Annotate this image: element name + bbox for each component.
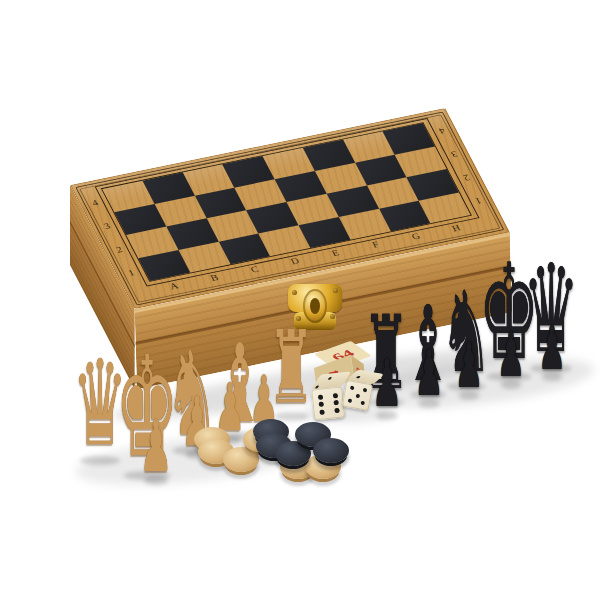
die-pip [334,408,339,413]
pip-die-1 [309,373,345,421]
die-pip [333,400,338,405]
die-pip [327,377,332,380]
die-pip [317,394,322,399]
white-pawn: ♟ [139,410,173,482]
die-pip [349,386,354,391]
die-pip [355,376,361,379]
die-front-face-6 [311,386,345,420]
black-pawn-4: ♟ [497,324,526,386]
clasp-screw [292,290,297,295]
die-pip [332,393,337,398]
product-photo-stage: ABCDEFGH43214321 64 4 8 ♛♚♞♝♜♟♟♟♟♜♝♞♚♛♟♟… [0,0,600,600]
die-front-face-5 [341,380,372,411]
clasp-screw [330,314,335,319]
checker-dark-5 [313,438,349,463]
black-pawn-3: ♟ [454,334,483,397]
die-pip [362,388,367,393]
die-pip [347,398,352,403]
die-pip [355,394,360,399]
black-pawn-5: ♟ [538,317,566,378]
die-pip [319,409,324,414]
black-pawn-2: ♟ [414,341,444,405]
clasp-screw [333,288,338,293]
die-pip [360,401,365,406]
die-pip [318,401,323,406]
